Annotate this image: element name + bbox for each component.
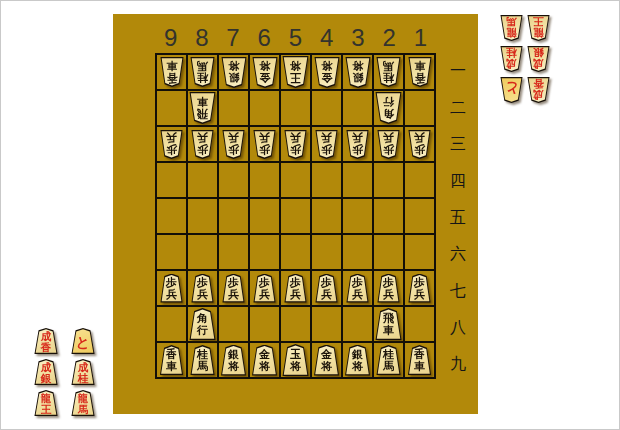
square-8-9[interactable]: 桂馬 [188,343,217,377]
square-6-2[interactable] [250,91,279,125]
square-2-5[interactable] [374,199,403,233]
square-9-4[interactable] [157,163,186,197]
square-4-9[interactable]: 金将 [312,343,341,377]
square-6-6[interactable] [250,235,279,269]
piece-label: 龍王 [527,15,550,41]
square-9-9[interactable]: 香車 [157,343,186,377]
square-6-5[interactable] [250,199,279,233]
piece-label: 飛車 [375,308,402,340]
piece-label: 王将 [282,56,309,88]
piece-label: 成香 [34,328,58,354]
piece-3-1[interactable]: 銀将 [345,57,371,88]
square-1-3[interactable]: 歩兵 [405,127,434,161]
square-4-3[interactable]: 歩兵 [312,127,341,161]
square-7-3[interactable]: 歩兵 [219,127,248,161]
square-1-8[interactable] [405,307,434,341]
piece-label: 金将 [314,57,340,88]
piece-label: 歩兵 [315,274,338,303]
square-2-3[interactable]: 歩兵 [374,127,403,161]
square-2-4[interactable] [374,163,403,197]
square-7-9[interactable]: 銀将 [219,343,248,377]
piece-label: 龍馬 [71,390,95,416]
piece-label: 成桂 [71,359,95,385]
piece-label: 金将 [314,345,340,376]
square-3-2[interactable] [343,91,372,125]
piece-label: 香車 [408,57,432,87]
piece-label: 歩兵 [222,274,245,303]
square-2-9[interactable]: 桂馬 [374,343,403,377]
square-4-6[interactable] [312,235,341,269]
square-3-4[interactable] [343,163,372,197]
piece-2-8[interactable]: 飛車 [375,308,402,340]
piece-label: 歩兵 [222,130,245,159]
sente-promoted-piece-0-0[interactable]: 成香 [34,328,58,354]
piece-label: 歩兵 [408,130,431,159]
piece-7-3[interactable]: 歩兵 [222,130,245,159]
piece-3-7[interactable]: 歩兵 [346,274,369,303]
piece-label: 香車 [408,345,432,375]
square-3-9[interactable]: 銀将 [343,343,372,377]
piece-label: と [500,77,523,103]
square-3-3[interactable]: 歩兵 [343,127,372,161]
gote-promoted-piece-0-1[interactable]: 龍王 [527,15,550,41]
square-8-2[interactable]: 飛車 [188,91,217,125]
gote-promoted-piece-0-0[interactable]: 龍馬 [500,15,523,41]
piece-label: 龍馬 [500,15,523,41]
piece-label: 成銀 [527,46,550,72]
piece-8-2[interactable]: 飛車 [189,92,216,124]
piece-3-9[interactable]: 銀将 [345,345,371,376]
piece-2-7[interactable]: 歩兵 [377,274,400,303]
piece-label: と [71,328,95,354]
piece-label: 歩兵 [253,130,276,159]
square-5-2[interactable] [281,91,310,125]
square-2-7[interactable]: 歩兵 [374,271,403,305]
square-6-9[interactable]: 金将 [250,343,279,377]
square-1-6[interactable] [405,235,434,269]
piece-9-3[interactable]: 歩兵 [160,130,183,159]
square-7-2[interactable] [219,91,248,125]
sente-promoted-piece-0-1[interactable]: と [71,328,95,354]
square-8-6[interactable] [188,235,217,269]
piece-6-3[interactable]: 歩兵 [253,130,276,159]
square-6-1[interactable]: 金将 [250,55,279,89]
piece-label: 歩兵 [160,130,183,159]
square-9-3[interactable]: 歩兵 [157,127,186,161]
piece-label: 歩兵 [191,274,214,303]
rank-label-5: 五 [443,200,473,237]
piece-label: 桂馬 [376,57,401,87]
piece-label: 桂馬 [190,345,215,375]
piece-2-1[interactable]: 桂馬 [376,57,401,87]
piece-label: 歩兵 [284,130,307,159]
square-2-8[interactable]: 飛車 [374,307,403,341]
piece-1-7[interactable]: 歩兵 [408,274,431,303]
square-1-5[interactable] [405,199,434,233]
square-7-1[interactable]: 銀将 [219,55,248,89]
piece-6-1[interactable]: 金将 [252,57,278,88]
piece-9-9[interactable]: 香車 [160,345,184,375]
square-1-4[interactable] [405,163,434,197]
piece-2-9[interactable]: 桂馬 [376,345,401,375]
piece-label: 玉将 [282,344,309,376]
file-label-2: 2 [374,21,405,55]
piece-label: 歩兵 [377,130,400,159]
piece-label: 龍王 [34,390,58,416]
piece-8-3[interactable]: 歩兵 [191,130,214,159]
square-8-7[interactable]: 歩兵 [188,271,217,305]
piece-label: 銀将 [221,57,247,88]
sente-promoted-piece-2-0[interactable]: 龍王 [34,390,58,416]
square-2-6[interactable] [374,235,403,269]
piece-4-3[interactable]: 歩兵 [315,130,338,159]
piece-label: 銀将 [345,345,371,376]
piece-label: 成銀 [34,359,58,385]
piece-label: 歩兵 [377,274,400,303]
square-3-7[interactable]: 歩兵 [343,271,372,305]
piece-label: 香車 [160,57,184,87]
piece-label: 歩兵 [253,274,276,303]
square-6-3[interactable]: 歩兵 [250,127,279,161]
square-8-1[interactable]: 桂馬 [188,55,217,89]
piece-label: 成桂 [500,46,523,72]
rank-label-4: 四 [443,163,473,200]
rank-label-8: 八 [443,310,473,347]
piece-label: 歩兵 [284,274,307,303]
board-grid: 香車桂馬銀将金将王将金将銀将桂馬香車飛車角行歩兵歩兵歩兵歩兵歩兵歩兵歩兵歩兵歩兵… [155,53,436,379]
piece-label: 桂馬 [190,57,215,87]
file-label-5: 5 [280,21,311,55]
square-7-8[interactable] [219,307,248,341]
square-6-8[interactable] [250,307,279,341]
gote-promoted-piece-1-0[interactable]: 成桂 [500,46,523,72]
piece-4-1[interactable]: 金将 [314,57,340,88]
file-label-9: 9 [155,21,186,55]
piece-label: 銀将 [221,345,247,376]
square-5-9[interactable]: 玉将 [281,343,310,377]
rank-labels: 一二三四五六七八九 [443,53,473,383]
square-4-2[interactable] [312,91,341,125]
piece-6-9[interactable]: 金将 [252,345,278,376]
square-7-5[interactable] [219,199,248,233]
square-3-6[interactable] [343,235,372,269]
piece-5-1[interactable]: 王将 [282,56,309,88]
square-4-4[interactable] [312,163,341,197]
piece-2-3[interactable]: 歩兵 [377,130,400,159]
piece-5-3[interactable]: 歩兵 [284,130,307,159]
piece-9-1[interactable]: 香車 [160,57,184,87]
piece-label: 香車 [160,345,184,375]
file-labels: 987654321 [155,21,436,55]
sente-promoted-tray: 成香と成銀成桂龍王龍馬 [34,328,95,416]
square-1-9[interactable]: 香車 [405,343,434,377]
piece-label: 歩兵 [315,130,338,159]
piece-7-7[interactable]: 歩兵 [222,274,245,303]
square-2-2[interactable]: 角行 [374,91,403,125]
square-7-6[interactable] [219,235,248,269]
sente-promoted-piece-2-1[interactable]: 龍馬 [71,390,95,416]
piece-label: 成香 [527,77,550,103]
piece-label: 歩兵 [160,274,183,303]
piece-label: 金将 [252,57,278,88]
rank-label-7: 七 [443,273,473,310]
square-4-1[interactable]: 金将 [312,55,341,89]
piece-label: 角行 [189,308,216,340]
piece-label: 歩兵 [408,274,431,303]
page: 987654321 一二三四五六七八九 香車桂馬銀将金将王将金将銀将桂馬香車飛車… [0,0,620,430]
square-9-1[interactable]: 香車 [157,55,186,89]
square-9-7[interactable]: 歩兵 [157,271,186,305]
piece-label: 角行 [375,92,402,124]
file-label-4: 4 [311,21,342,55]
square-3-5[interactable] [343,199,372,233]
square-5-4[interactable] [281,163,310,197]
gote-promoted-piece-2-1[interactable]: 成香 [527,77,550,103]
piece-8-7[interactable]: 歩兵 [191,274,214,303]
square-9-8[interactable] [157,307,186,341]
piece-label: 金将 [252,345,278,376]
square-5-8[interactable] [281,307,310,341]
square-8-3[interactable]: 歩兵 [188,127,217,161]
file-label-7: 7 [217,21,248,55]
rank-label-6: 六 [443,236,473,273]
square-8-4[interactable] [188,163,217,197]
piece-1-1[interactable]: 香車 [408,57,432,87]
piece-3-3[interactable]: 歩兵 [346,130,369,159]
file-label-3: 3 [342,21,373,55]
file-label-1: 1 [405,21,436,55]
piece-8-8[interactable]: 角行 [189,308,216,340]
gote-promoted-tray: 龍馬龍王成桂成銀と成香 [500,15,550,103]
square-5-7[interactable]: 歩兵 [281,271,310,305]
square-5-3[interactable]: 歩兵 [281,127,310,161]
piece-label: 歩兵 [191,130,214,159]
square-8-8[interactable]: 角行 [188,307,217,341]
sente-promoted-piece-1-0[interactable]: 成銀 [34,359,58,385]
piece-4-9[interactable]: 金将 [314,345,340,376]
piece-label: 桂馬 [376,345,401,375]
piece-label: 歩兵 [346,130,369,159]
square-1-2[interactable] [405,91,434,125]
square-9-5[interactable] [157,199,186,233]
piece-8-1[interactable]: 桂馬 [190,57,215,87]
rank-label-9: 九 [443,346,473,383]
piece-6-7[interactable]: 歩兵 [253,274,276,303]
square-7-7[interactable]: 歩兵 [219,271,248,305]
square-3-8[interactable] [343,307,372,341]
square-4-7[interactable]: 歩兵 [312,271,341,305]
square-6-7[interactable]: 歩兵 [250,271,279,305]
piece-2-2[interactable]: 角行 [375,92,402,124]
square-5-5[interactable] [281,199,310,233]
file-label-6: 6 [249,21,280,55]
square-9-6[interactable] [157,235,186,269]
piece-7-9[interactable]: 銀将 [221,345,247,376]
square-3-1[interactable]: 銀将 [343,55,372,89]
piece-label: 銀将 [345,57,371,88]
sente-promoted-piece-1-1[interactable]: 成桂 [71,359,95,385]
square-2-1[interactable]: 桂馬 [374,55,403,89]
rank-label-1: 一 [443,53,473,90]
piece-5-7[interactable]: 歩兵 [284,274,307,303]
piece-label: 歩兵 [346,274,369,303]
gote-promoted-piece-1-1[interactable]: 成銀 [527,46,550,72]
square-4-8[interactable] [312,307,341,341]
piece-5-9[interactable]: 玉将 [282,344,309,376]
piece-8-9[interactable]: 桂馬 [190,345,215,375]
square-4-5[interactable] [312,199,341,233]
square-5-6[interactable] [281,235,310,269]
gote-promoted-piece-2-0[interactable]: と [500,77,523,103]
square-8-5[interactable] [188,199,217,233]
shogi-board: 987654321 一二三四五六七八九 香車桂馬銀将金将王将金将銀将桂馬香車飛車… [113,14,478,414]
square-9-2[interactable] [157,91,186,125]
square-1-7[interactable]: 歩兵 [405,271,434,305]
square-1-1[interactable]: 香車 [405,55,434,89]
piece-1-9[interactable]: 香車 [408,345,432,375]
piece-1-3[interactable]: 歩兵 [408,130,431,159]
piece-7-1[interactable]: 銀将 [221,57,247,88]
square-6-4[interactable] [250,163,279,197]
file-label-8: 8 [186,21,217,55]
square-7-4[interactable] [219,163,248,197]
piece-4-7[interactable]: 歩兵 [315,274,338,303]
rank-label-2: 二 [443,90,473,127]
piece-label: 飛車 [189,92,216,124]
piece-9-7[interactable]: 歩兵 [160,274,183,303]
rank-label-3: 三 [443,126,473,163]
square-5-1[interactable]: 王将 [281,55,310,89]
